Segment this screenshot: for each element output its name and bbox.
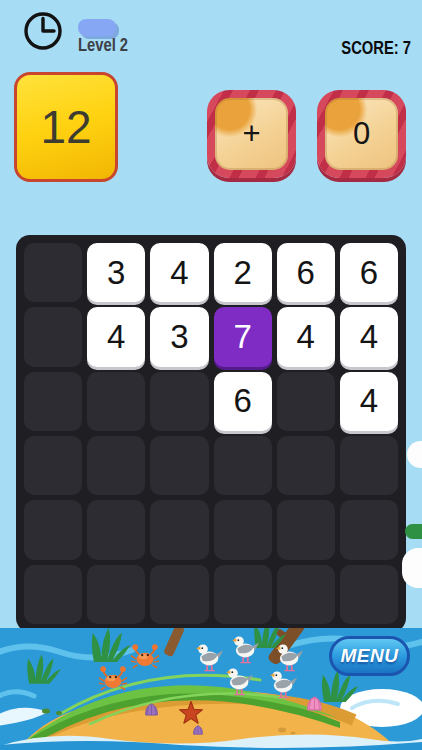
grid-cell-empty: [340, 565, 398, 624]
level-label: Level 2: [78, 35, 128, 56]
grid-cell-empty: [340, 500, 398, 559]
grid-tile[interactable]: 4: [340, 372, 398, 431]
grid-cell-empty: [150, 436, 208, 495]
grid-tile[interactable]: 2: [214, 243, 272, 302]
grid-cell-empty: [24, 436, 82, 495]
target-number: 12: [40, 100, 91, 154]
menu-button[interactable]: MENU: [329, 636, 410, 676]
grid-cell-empty: [277, 565, 335, 624]
game-screen: Level 2 SCORE: 7 12 + 0 342664374464: [0, 0, 422, 750]
grid-cell-empty: [87, 372, 145, 431]
palm-leaf-icon: [405, 524, 422, 539]
current-sum-card[interactable]: 0: [317, 90, 406, 178]
grid-cell-empty: [340, 436, 398, 495]
timer-clock-icon: [23, 11, 63, 51]
grid-tile[interactable]: 4: [340, 307, 398, 366]
wave-foam-shape: [402, 548, 422, 588]
grid-cell-empty: [277, 500, 335, 559]
grid-cell-empty: [87, 436, 145, 495]
grid-tile[interactable]: 4: [277, 307, 335, 366]
grid-cell-empty: [214, 565, 272, 624]
grid-cell-empty: [24, 307, 82, 366]
operator-card[interactable]: +: [207, 90, 296, 178]
grid-cell-empty: [150, 372, 208, 431]
grid-cell-empty: [277, 372, 335, 431]
grid-cell-empty: [24, 565, 82, 624]
grid-cell-empty: [24, 372, 82, 431]
grid-cell-empty: [277, 436, 335, 495]
grid-tile[interactable]: 3: [87, 243, 145, 302]
grid-tile-selected[interactable]: 7: [214, 307, 272, 366]
pebble: [42, 708, 50, 713]
pebble: [56, 711, 62, 715]
grid-cell-empty: [24, 243, 82, 302]
grid-tile[interactable]: 6: [277, 243, 335, 302]
grid-cell-empty: [214, 500, 272, 559]
grid-tile[interactable]: 3: [150, 307, 208, 366]
score-label: SCORE: 7: [341, 38, 411, 59]
operator-symbol: +: [215, 98, 288, 170]
grid-cell-empty: [150, 565, 208, 624]
grid-cell-empty: [214, 436, 272, 495]
grid-cell-empty: [87, 565, 145, 624]
grid-tile[interactable]: 4: [87, 307, 145, 366]
grid-tile[interactable]: 6: [340, 243, 398, 302]
puzzle-board: 342664374464: [16, 235, 406, 632]
cloud-shape: [407, 441, 422, 468]
pebble: [278, 728, 286, 733]
grid-cell-empty: [150, 500, 208, 559]
grid-cell-empty: [24, 500, 82, 559]
grid-tile[interactable]: 6: [214, 372, 272, 431]
current-sum-value: 0: [325, 98, 398, 170]
target-number-card: 12: [14, 72, 118, 182]
level-progress-bar: [78, 19, 116, 36]
grid-tile[interactable]: 4: [150, 243, 208, 302]
pebble: [290, 731, 295, 734]
grid-cell-empty: [87, 500, 145, 559]
